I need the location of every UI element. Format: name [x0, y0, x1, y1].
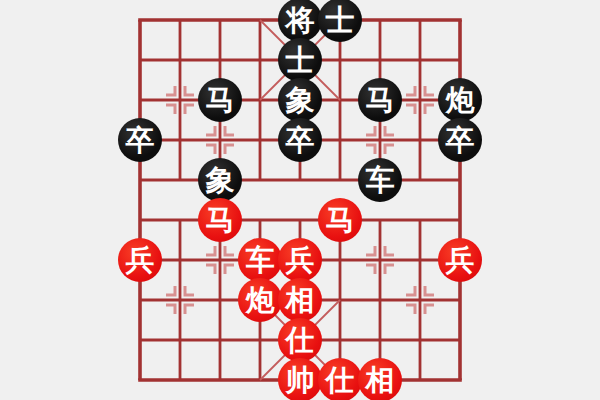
piece-black-horse[interactable]: 马 — [358, 78, 402, 122]
piece-black-soldier[interactable]: 卒 — [118, 118, 162, 162]
piece-red-chariot[interactable]: 车 — [238, 238, 282, 282]
xiangqi-app: 将士士马象马炮卒卒卒象车马马兵车兵兵炮相仕帅仕相 — [0, 0, 600, 400]
piece-red-elephant[interactable]: 相 — [278, 278, 322, 322]
piece-red-general[interactable]: 帅 — [278, 358, 322, 400]
piece-black-horse[interactable]: 马 — [198, 78, 242, 122]
piece-red-elephant[interactable]: 相 — [358, 358, 402, 400]
piece-black-soldier[interactable]: 卒 — [438, 118, 482, 162]
piece-red-soldier[interactable]: 兵 — [438, 238, 482, 282]
piece-red-soldier[interactable]: 兵 — [278, 238, 322, 282]
piece-red-soldier[interactable]: 兵 — [118, 238, 162, 282]
piece-black-general[interactable]: 将 — [278, 0, 322, 42]
piece-black-elephant[interactable]: 象 — [198, 158, 242, 202]
piece-black-soldier[interactable]: 卒 — [278, 118, 322, 162]
piece-black-advisor[interactable]: 士 — [318, 0, 362, 42]
piece-red-advisor[interactable]: 仕 — [278, 318, 322, 362]
piece-black-cannon[interactable]: 炮 — [438, 78, 482, 122]
piece-black-elephant[interactable]: 象 — [278, 78, 322, 122]
piece-black-advisor[interactable]: 士 — [278, 38, 322, 82]
piece-red-horse[interactable]: 马 — [318, 198, 362, 242]
piece-red-horse[interactable]: 马 — [198, 198, 242, 242]
piece-black-chariot[interactable]: 车 — [358, 158, 402, 202]
piece-red-cannon[interactable]: 炮 — [238, 278, 282, 322]
xiangqi-board[interactable]: 将士士马象马炮卒卒卒象车马马兵车兵兵炮相仕帅仕相 — [0, 0, 600, 400]
piece-red-advisor[interactable]: 仕 — [318, 358, 362, 400]
